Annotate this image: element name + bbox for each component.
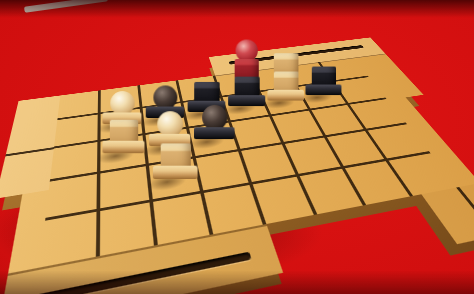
piece-light-cube[interactable] [100, 65, 146, 153]
light-tower-c-light [273, 53, 298, 73]
light-tower-t-light [267, 90, 304, 101]
piece-dark-cube[interactable] [304, 20, 344, 96]
light-cube-t-light [102, 141, 144, 154]
dark-cube-c-dark [311, 67, 335, 87]
red-king-c-dark [234, 77, 259, 97]
piece-light-cube[interactable] [151, 85, 200, 179]
light-cube-c-light [160, 143, 190, 168]
red-king-c-red [235, 59, 259, 78]
light-cube-t-light [153, 166, 198, 179]
dark-cube-t-dark [305, 85, 341, 96]
piece-light-tower[interactable] [266, 24, 306, 101]
pieces-layer [0, 29, 474, 294]
light-tower-c-light [273, 72, 298, 92]
scene [0, 0, 474, 294]
game-board-3d [0, 29, 474, 294]
dark-ball-t-dark [194, 127, 235, 139]
table-edge-highlight [24, 0, 108, 13]
light-cube-c-light [109, 120, 137, 143]
